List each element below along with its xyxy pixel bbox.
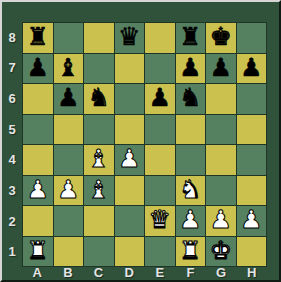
square-f1[interactable]: ♜ — [176, 237, 206, 267]
square-c5[interactable] — [84, 115, 114, 145]
square-a3[interactable]: ♟ — [23, 176, 53, 206]
square-d8[interactable]: ♛ — [115, 23, 145, 53]
square-g6[interactable] — [206, 84, 236, 114]
square-f8[interactable]: ♜ — [176, 23, 206, 53]
white-rook: ♜ — [179, 238, 201, 263]
square-a1[interactable]: ♜ — [23, 237, 53, 267]
square-f7[interactable]: ♟ — [176, 54, 206, 84]
square-b3[interactable]: ♟ — [54, 176, 84, 206]
square-c3[interactable]: ♝ — [84, 176, 114, 206]
file-label-A: A — [22, 265, 53, 280]
file-label-H: H — [236, 265, 267, 280]
file-labels: ABCDEFGH — [22, 265, 267, 280]
square-h3[interactable] — [237, 176, 267, 206]
black-rook: ♜ — [27, 24, 49, 49]
square-h8[interactable] — [237, 23, 267, 53]
file-label-B: B — [53, 265, 84, 280]
square-h7[interactable]: ♟ — [237, 54, 267, 84]
square-e2[interactable]: ♛ — [145, 206, 175, 236]
square-f4[interactable] — [176, 145, 206, 175]
white-pawn: ♟ — [179, 207, 201, 232]
rank-label-6: 6 — [2, 83, 22, 114]
rank-label-7: 7 — [2, 53, 22, 84]
square-c1[interactable] — [84, 237, 114, 267]
square-a4[interactable] — [23, 145, 53, 175]
black-pawn: ♟ — [210, 55, 232, 80]
square-b7[interactable]: ♝ — [54, 54, 84, 84]
square-g3[interactable] — [206, 176, 236, 206]
square-b1[interactable] — [54, 237, 84, 267]
white-pawn: ♟ — [57, 177, 79, 202]
black-pawn: ♟ — [179, 55, 201, 80]
rank-labels: 87654321 — [2, 22, 22, 267]
rank-label-4: 4 — [2, 145, 22, 176]
square-c2[interactable] — [84, 206, 114, 236]
white-rook: ♜ — [27, 238, 49, 263]
square-d4[interactable]: ♟ — [115, 145, 145, 175]
square-e8[interactable] — [145, 23, 175, 53]
file-label-G: G — [206, 265, 237, 280]
square-a7[interactable]: ♟ — [23, 54, 53, 84]
square-b8[interactable] — [54, 23, 84, 53]
white-bishop: ♝ — [88, 146, 110, 171]
square-c4[interactable]: ♝ — [84, 145, 114, 175]
square-d5[interactable] — [115, 115, 145, 145]
square-g7[interactable]: ♟ — [206, 54, 236, 84]
square-a8[interactable]: ♜ — [23, 23, 53, 53]
black-pawn: ♟ — [57, 85, 79, 110]
square-b6[interactable]: ♟ — [54, 84, 84, 114]
square-h6[interactable] — [237, 84, 267, 114]
square-e6[interactable]: ♟ — [145, 84, 175, 114]
black-knight: ♞ — [88, 85, 110, 110]
black-pawn: ♟ — [240, 55, 262, 80]
file-label-E: E — [145, 265, 176, 280]
file-label-C: C — [83, 265, 114, 280]
white-knight: ♞ — [179, 177, 201, 202]
chess-board: ♜♛♜♚♟♝♟♟♟♟♞♟♞♝♟♟♟♝♞♛♟♟♟♜♜♚ — [22, 22, 267, 267]
square-g8[interactable]: ♚ — [206, 23, 236, 53]
black-king: ♚ — [210, 24, 232, 49]
square-a5[interactable] — [23, 115, 53, 145]
square-d3[interactable] — [115, 176, 145, 206]
chessboard-frame: 87654321 ♜♛♜♚♟♝♟♟♟♟♞♟♞♝♟♟♟♝♞♛♟♟♟♜♜♚ ABCD… — [0, 0, 281, 282]
square-g2[interactable]: ♟ — [206, 206, 236, 236]
square-h4[interactable] — [237, 145, 267, 175]
square-g4[interactable] — [206, 145, 236, 175]
square-a2[interactable] — [23, 206, 53, 236]
square-f5[interactable] — [176, 115, 206, 145]
white-king: ♚ — [210, 238, 232, 263]
file-label-F: F — [175, 265, 206, 280]
square-e5[interactable] — [145, 115, 175, 145]
square-g5[interactable] — [206, 115, 236, 145]
rank-label-8: 8 — [2, 22, 22, 53]
square-f2[interactable]: ♟ — [176, 206, 206, 236]
square-g1[interactable]: ♚ — [206, 237, 236, 267]
file-label-D: D — [114, 265, 145, 280]
square-h5[interactable] — [237, 115, 267, 145]
square-d6[interactable] — [115, 84, 145, 114]
square-d2[interactable] — [115, 206, 145, 236]
black-knight: ♞ — [179, 85, 201, 110]
square-h1[interactable] — [237, 237, 267, 267]
square-c7[interactable] — [84, 54, 114, 84]
square-a6[interactable] — [23, 84, 53, 114]
black-rook: ♜ — [179, 24, 201, 49]
square-f6[interactable]: ♞ — [176, 84, 206, 114]
square-e1[interactable] — [145, 237, 175, 267]
white-bishop: ♝ — [88, 177, 110, 202]
square-e7[interactable] — [145, 54, 175, 84]
black-bishop: ♝ — [57, 55, 79, 80]
square-e4[interactable] — [145, 145, 175, 175]
black-pawn: ♟ — [149, 85, 171, 110]
square-d1[interactable] — [115, 237, 145, 267]
square-c6[interactable]: ♞ — [84, 84, 114, 114]
square-h2[interactable]: ♟ — [237, 206, 267, 236]
square-c8[interactable] — [84, 23, 114, 53]
rank-label-2: 2 — [2, 206, 22, 237]
white-queen: ♛ — [149, 207, 171, 232]
white-pawn: ♟ — [240, 207, 262, 232]
square-b4[interactable] — [54, 145, 84, 175]
white-pawn: ♟ — [27, 177, 49, 202]
square-f3[interactable]: ♞ — [176, 176, 206, 206]
rank-label-1: 1 — [2, 236, 22, 267]
square-e3[interactable] — [145, 176, 175, 206]
rank-label-3: 3 — [2, 175, 22, 206]
square-b2[interactable] — [54, 206, 84, 236]
square-d7[interactable] — [115, 54, 145, 84]
square-b5[interactable] — [54, 115, 84, 145]
rank-label-5: 5 — [2, 114, 22, 145]
white-pawn: ♟ — [118, 146, 140, 171]
black-pawn: ♟ — [27, 55, 49, 80]
black-queen: ♛ — [118, 24, 140, 49]
white-pawn: ♟ — [210, 207, 232, 232]
